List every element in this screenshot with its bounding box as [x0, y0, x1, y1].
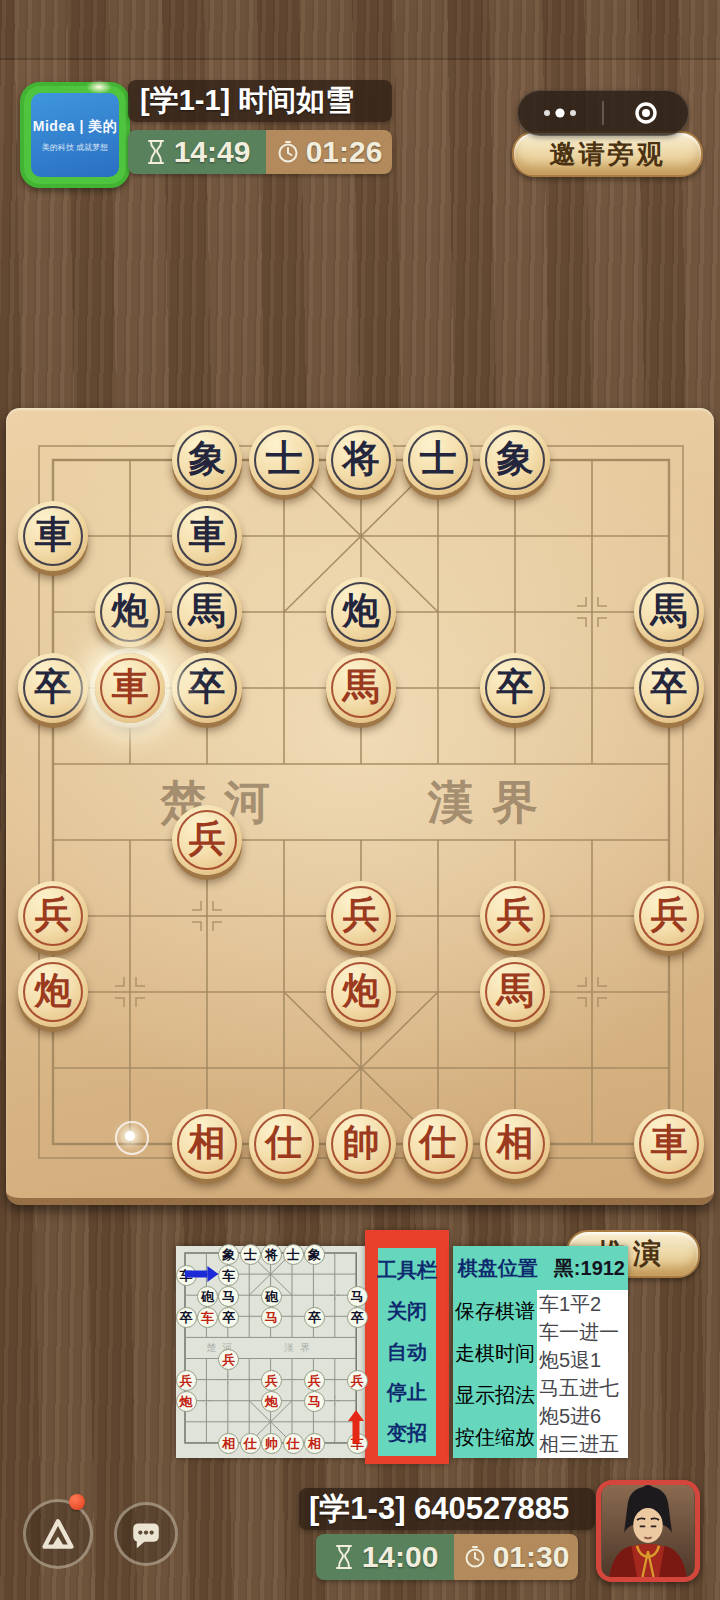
toolbar-item-close[interactable]: 关闭 — [387, 1298, 427, 1325]
mini-piece-black: 砲 — [261, 1286, 282, 1307]
jj-logo-icon — [39, 1515, 77, 1553]
exit-button[interactable] — [604, 99, 688, 127]
board-piece-black-士[interactable]: 士 — [403, 425, 473, 495]
toolbar-item-auto[interactable]: 自动 — [387, 1339, 427, 1366]
mini-piece-black: 士 — [283, 1244, 304, 1265]
panel-action-按住缩放[interactable]: 按住缩放 — [455, 1424, 535, 1451]
toolbar-header: 工具栏 — [377, 1257, 437, 1284]
opponent-move-time: 01:26 — [266, 130, 392, 174]
invite-spectate-button[interactable]: 邀请旁观 — [512, 131, 703, 177]
board-piece-black-卒[interactable]: 卒 — [634, 653, 704, 723]
board-piece-red-炮[interactable]: 炮 — [326, 957, 396, 1027]
more-dots-icon — [540, 106, 580, 120]
board-piece-red-兵[interactable]: 兵 — [326, 881, 396, 951]
board-piece-red-兵[interactable]: 兵 — [18, 881, 88, 951]
opponent-avatar[interactable]: Midea | 美的 美的科技 成就梦想 — [20, 82, 130, 188]
board-piece-black-士[interactable]: 士 — [249, 425, 319, 495]
mini-piece-red: 仕 — [283, 1433, 304, 1454]
player-total-time-value: 14:00 — [362, 1540, 439, 1574]
hourglass-icon — [144, 139, 168, 165]
river-label-right: 漢界 — [408, 772, 558, 834]
chat-button[interactable] — [114, 1502, 178, 1566]
board-piece-black-炮[interactable]: 炮 — [95, 577, 165, 647]
player-move-time: 01:30 — [454, 1534, 578, 1580]
move-list: 车1平2车一进一炮5退1马五进七炮5进6相三进五 — [537, 1290, 628, 1458]
game-screen: Midea | 美的 美的科技 成就梦想 [学1-1] 时间如雪 14:49 0… — [0, 0, 720, 1600]
status-strip — [0, 0, 720, 60]
toolbar-item-stop[interactable]: 停止 — [387, 1379, 427, 1406]
board-piece-black-将[interactable]: 将 — [326, 425, 396, 495]
board-piece-black-車[interactable]: 車 — [18, 501, 88, 571]
board-piece-red-兵[interactable]: 兵 — [480, 881, 550, 951]
mini-piece-black: 卒 — [304, 1307, 325, 1328]
mini-piece-black: 马 — [347, 1286, 368, 1307]
player-avatar[interactable] — [596, 1480, 700, 1582]
board-piece-black-卒[interactable]: 卒 — [18, 653, 88, 723]
opponent-avatar-logo: Midea | 美的 美的科技 成就梦想 — [31, 93, 119, 177]
move-list-item: 马五进七 — [539, 1375, 619, 1402]
mini-piece-red: 兵 — [176, 1370, 197, 1391]
toolbar-item-vary[interactable]: 变招 — [387, 1420, 427, 1447]
board-piece-black-馬[interactable]: 馬 — [634, 577, 704, 647]
mini-piece-black: 将 — [261, 1244, 282, 1265]
board-piece-red-仕[interactable]: 仕 — [403, 1109, 473, 1179]
black-score: 黑:1912 — [554, 1255, 625, 1282]
opponent-move-time-value: 01:26 — [306, 135, 383, 169]
mini-piece-red: 兵 — [304, 1370, 325, 1391]
panel-action-保存棋谱[interactable]: 保存棋谱 — [455, 1298, 535, 1325]
mini-piece-red: 马 — [261, 1307, 282, 1328]
board-piece-red-仕[interactable]: 仕 — [249, 1109, 319, 1179]
opponent-timer: 14:49 01:26 — [128, 130, 392, 174]
move-list-item: 车1平2 — [539, 1291, 601, 1318]
board-grid-lines — [6, 408, 714, 1198]
board-piece-black-象[interactable]: 象 — [480, 425, 550, 495]
move-list-item: 炮5退1 — [539, 1347, 601, 1374]
player-move-time-value: 01:30 — [493, 1540, 570, 1574]
miniprogram-capsule — [517, 90, 689, 136]
board-piece-red-炮[interactable]: 炮 — [18, 957, 88, 1027]
player-room-id: [学1-3] 640527885 — [299, 1488, 595, 1530]
board-piece-red-馬[interactable]: 馬 — [480, 957, 550, 1027]
opponent-total-time-value: 14:49 — [174, 135, 251, 169]
more-button[interactable] — [518, 106, 602, 120]
board-piece-red-兵[interactable]: 兵 — [634, 881, 704, 951]
board-piece-red-車[interactable]: 車 — [95, 653, 165, 723]
mini-piece-red: 兵 — [347, 1370, 368, 1391]
board-piece-black-象[interactable]: 象 — [172, 425, 242, 495]
panel-action-显示招法[interactable]: 显示招法 — [455, 1382, 535, 1409]
analysis-header: 棋盘位置 黑:1912 — [453, 1246, 628, 1290]
mini-piece-black: 象 — [218, 1244, 239, 1265]
board-piece-black-炮[interactable]: 炮 — [326, 577, 396, 647]
toolbar-inner: 工具栏 关闭 自动 停止 变招 — [378, 1248, 436, 1456]
board-piece-red-相[interactable]: 相 — [172, 1109, 242, 1179]
board-piece-black-車[interactable]: 車 — [172, 501, 242, 571]
mini-piece-black: 象 — [304, 1244, 325, 1265]
move-list-item: 车一进一 — [539, 1319, 619, 1346]
avatar-glare — [86, 80, 112, 94]
board-piece-black-卒[interactable]: 卒 — [480, 653, 550, 723]
avatar-brand-text: Midea | 美的 — [33, 118, 117, 136]
avatar-slogan-text: 美的科技 成就梦想 — [42, 142, 108, 153]
app-home-button[interactable] — [23, 1499, 93, 1569]
hourglass-icon — [332, 1544, 356, 1570]
panel-action-走棋时间[interactable]: 走棋时间 — [455, 1340, 535, 1367]
board-piece-black-卒[interactable]: 卒 — [172, 653, 242, 723]
mini-piece-black: 砲 — [197, 1286, 218, 1307]
panel-actions: 保存棋谱走棋时间显示招法按住缩放 — [453, 1290, 537, 1458]
mini-piece-black: 马 — [218, 1286, 239, 1307]
mini-river-right: 漢界 — [284, 1341, 316, 1355]
board-position-label: 棋盘位置 — [458, 1255, 538, 1282]
mini-piece-black: 士 — [240, 1244, 261, 1265]
last-move-origin-marker — [115, 1121, 149, 1155]
board-piece-red-帥[interactable]: 帥 — [326, 1109, 396, 1179]
mini-piece-black: 卒 — [218, 1307, 239, 1328]
player-timer: 14:00 01:30 — [316, 1534, 578, 1580]
chat-bubble-icon — [129, 1517, 163, 1551]
mini-piece-black: 卒 — [176, 1307, 197, 1328]
room-title: [学1-1] 时间如雪 — [128, 80, 392, 122]
board-piece-red-馬[interactable]: 馬 — [326, 653, 396, 723]
mini-move-arrow — [175, 1264, 228, 1284]
mini-piece-red: 炮 — [176, 1391, 197, 1412]
notification-dot — [69, 1494, 85, 1510]
player-total-time: 14:00 — [316, 1534, 454, 1580]
opponent-total-time: 14:49 — [128, 130, 266, 174]
mini-piece-red: 仕 — [240, 1433, 261, 1454]
toolbar-panel: 工具栏 关闭 自动 停止 变招 — [365, 1230, 449, 1464]
mini-piece-red: 车 — [197, 1307, 218, 1328]
player-portrait — [601, 1485, 695, 1577]
analysis-panel: 棋盘位置 黑:1912 保存棋谱走棋时间显示招法按住缩放 车1平2车一进一炮5退… — [453, 1246, 628, 1458]
board-piece-red-相[interactable]: 相 — [480, 1109, 550, 1179]
target-circle-icon — [632, 99, 660, 127]
board-piece-red-車[interactable]: 車 — [634, 1109, 704, 1179]
clock-icon — [276, 140, 300, 164]
board-piece-black-馬[interactable]: 馬 — [172, 577, 242, 647]
clock-icon — [463, 1545, 487, 1569]
board-piece-red-兵[interactable]: 兵 — [172, 805, 242, 875]
mini-piece-red: 马 — [304, 1391, 325, 1412]
mini-move-arrow — [346, 1400, 366, 1453]
mini-piece-black: 卒 — [347, 1307, 368, 1328]
xiangqi-board[interactable] — [6, 408, 714, 1205]
move-list-item: 炮5进6 — [539, 1403, 601, 1430]
move-list-item: 相三进五 — [539, 1431, 619, 1458]
